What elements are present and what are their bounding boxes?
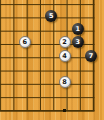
stone-white-8: 8 <box>59 76 71 88</box>
stone-white-4: 4 <box>59 50 71 62</box>
move-number-label: 4 <box>62 52 67 59</box>
move-number-label: 5 <box>49 12 54 18</box>
move-number-label: 2 <box>62 39 67 46</box>
move-number-label: 3 <box>76 39 81 46</box>
stone-black-1: 1 <box>72 23 84 35</box>
go-board[interactable]: 12345678 <box>0 0 104 120</box>
stone-black-7: 7 <box>85 50 97 62</box>
move-number-label: 1 <box>76 26 81 33</box>
move-number-label: 6 <box>22 39 27 46</box>
move-number-label: 7 <box>89 52 94 59</box>
move-number-label: 8 <box>62 79 67 86</box>
point-marker <box>63 109 66 112</box>
stone-white-2: 2 <box>59 36 71 48</box>
